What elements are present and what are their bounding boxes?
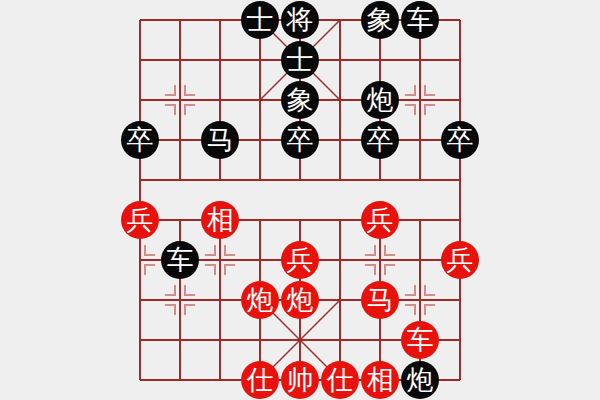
piece-red-soldier[interactable]: 兵 (361, 201, 399, 239)
piece-black-horse[interactable]: 马 (201, 121, 239, 159)
piece-red-soldier[interactable]: 兵 (281, 241, 319, 279)
piece-red-elephant[interactable]: 相 (201, 201, 239, 239)
piece-black-chariot[interactable]: 车 (161, 241, 199, 279)
piece-black-chariot[interactable]: 车 (401, 1, 439, 39)
piece-black-cannon[interactable]: 炮 (401, 361, 439, 399)
piece-red-elephant[interactable]: 相 (361, 361, 399, 399)
app-background: 士将象车士象炮卒马卒卒卒兵相兵车兵兵炮炮马车仕帅仕相炮 (0, 0, 600, 400)
piece-red-advisor[interactable]: 仕 (241, 361, 279, 399)
piece-black-elephant[interactable]: 象 (361, 1, 399, 39)
piece-grid: 士将象车士象炮卒马卒卒卒兵相兵车兵兵炮炮马车仕帅仕相炮 (120, 0, 480, 400)
piece-black-advisor[interactable]: 士 (281, 41, 319, 79)
piece-red-cannon[interactable]: 炮 (241, 281, 279, 319)
piece-red-soldier[interactable]: 兵 (441, 241, 479, 279)
piece-black-elephant[interactable]: 象 (281, 81, 319, 119)
piece-red-chariot[interactable]: 车 (401, 321, 439, 359)
piece-black-cannon[interactable]: 炮 (361, 81, 399, 119)
xiangqi-board: 士将象车士象炮卒马卒卒卒兵相兵车兵兵炮炮马车仕帅仕相炮 (120, 0, 480, 400)
piece-black-advisor[interactable]: 士 (241, 1, 279, 39)
piece-black-soldier[interactable]: 卒 (441, 121, 479, 159)
piece-black-soldier[interactable]: 卒 (281, 121, 319, 159)
piece-red-horse[interactable]: 马 (361, 281, 399, 319)
piece-red-general[interactable]: 帅 (281, 361, 319, 399)
piece-black-general[interactable]: 将 (281, 1, 319, 39)
piece-red-soldier[interactable]: 兵 (121, 201, 159, 239)
piece-red-cannon[interactable]: 炮 (281, 281, 319, 319)
piece-red-advisor[interactable]: 仕 (321, 361, 359, 399)
piece-black-soldier[interactable]: 卒 (121, 121, 159, 159)
piece-black-soldier[interactable]: 卒 (361, 121, 399, 159)
